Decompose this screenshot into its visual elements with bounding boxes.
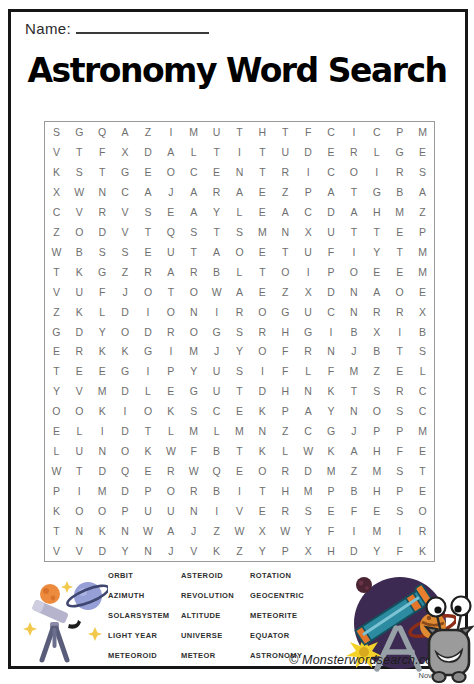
grid-cell[interactable]: J bbox=[342, 421, 365, 441]
grid-cell[interactable]: I bbox=[388, 521, 411, 541]
grid-cell[interactable]: G bbox=[137, 342, 160, 362]
grid-cell[interactable]: P bbox=[274, 541, 297, 561]
grid-cell[interactable]: C bbox=[205, 401, 228, 421]
grid-cell[interactable]: O bbox=[114, 322, 137, 342]
grid-cell[interactable]: P bbox=[388, 481, 411, 501]
grid-cell[interactable]: Z bbox=[365, 361, 388, 381]
grid-cell[interactable]: J bbox=[159, 541, 182, 561]
grid-cell[interactable]: F bbox=[91, 282, 114, 302]
grid-cell[interactable]: I bbox=[342, 521, 365, 541]
grid-cell[interactable]: D bbox=[91, 461, 114, 481]
grid-cell[interactable]: V bbox=[182, 541, 205, 561]
grid-cell[interactable]: G bbox=[182, 381, 205, 401]
grid-cell[interactable]: U bbox=[297, 302, 320, 322]
grid-cell[interactable]: E bbox=[388, 222, 411, 242]
grid-cell[interactable]: P bbox=[45, 481, 68, 501]
grid-cell[interactable]: O bbox=[411, 501, 434, 521]
grid-cell[interactable]: T bbox=[228, 441, 251, 461]
grid-cell[interactable]: R bbox=[137, 262, 160, 282]
grid-cell[interactable]: T bbox=[45, 521, 68, 541]
grid-cell[interactable]: M bbox=[182, 342, 205, 362]
grid-cell[interactable]: P bbox=[274, 401, 297, 421]
grid-cell[interactable]: S bbox=[388, 461, 411, 481]
grid-cell[interactable]: M bbox=[411, 122, 434, 142]
grid-cell[interactable]: B bbox=[342, 481, 365, 501]
grid-cell[interactable]: X bbox=[365, 322, 388, 342]
grid-cell[interactable]: K bbox=[411, 541, 434, 561]
grid-cell[interactable]: T bbox=[388, 242, 411, 262]
grid-cell[interactable]: T bbox=[159, 282, 182, 302]
grid-cell[interactable]: A bbox=[228, 282, 251, 302]
grid-cell[interactable]: R bbox=[182, 262, 205, 282]
grid-cell[interactable]: V bbox=[45, 142, 68, 162]
grid-cell[interactable]: Y bbox=[114, 541, 137, 561]
grid-cell[interactable]: D bbox=[114, 302, 137, 322]
grid-cell[interactable]: M bbox=[411, 421, 434, 441]
grid-cell[interactable]: T bbox=[251, 162, 274, 182]
grid-cell[interactable]: M bbox=[297, 481, 320, 501]
grid-cell[interactable]: F bbox=[388, 541, 411, 561]
grid-cell[interactable]: X bbox=[297, 222, 320, 242]
grid-cell[interactable]: L bbox=[137, 381, 160, 401]
grid-cell[interactable]: O bbox=[68, 222, 91, 242]
grid-cell[interactable]: M bbox=[91, 381, 114, 401]
grid-cell[interactable]: I bbox=[297, 162, 320, 182]
grid-cell[interactable]: L bbox=[45, 441, 68, 461]
grid-cell[interactable]: S bbox=[388, 501, 411, 521]
grid-cell[interactable]: Q bbox=[114, 461, 137, 481]
grid-cell[interactable]: A bbox=[365, 282, 388, 302]
grid-cell[interactable]: K bbox=[137, 441, 160, 461]
grid-cell[interactable]: N bbox=[297, 381, 320, 401]
grid-cell[interactable]: P bbox=[137, 481, 160, 501]
grid-cell[interactable]: G bbox=[45, 322, 68, 342]
grid-cell[interactable]: W bbox=[45, 461, 68, 481]
grid-cell[interactable]: D bbox=[320, 282, 343, 302]
grid-cell[interactable]: U bbox=[205, 361, 228, 381]
grid-cell[interactable]: F bbox=[182, 441, 205, 461]
grid-cell[interactable]: S bbox=[411, 162, 434, 182]
grid-cell[interactable]: G bbox=[205, 322, 228, 342]
grid-cell[interactable]: Y bbox=[365, 541, 388, 561]
grid-cell[interactable]: R bbox=[274, 162, 297, 182]
grid-cell[interactable]: G bbox=[68, 122, 91, 142]
grid-cell[interactable]: S bbox=[228, 222, 251, 242]
grid-cell[interactable]: I bbox=[365, 162, 388, 182]
grid-cell[interactable]: D bbox=[114, 381, 137, 401]
grid-cell[interactable]: G bbox=[274, 302, 297, 322]
grid-cell[interactable]: W bbox=[68, 182, 91, 202]
grid-cell[interactable]: E bbox=[137, 461, 160, 481]
grid-cell[interactable]: N bbox=[91, 441, 114, 461]
grid-cell[interactable]: F bbox=[297, 122, 320, 142]
grid-cell[interactable]: P bbox=[320, 262, 343, 282]
grid-cell[interactable]: Y bbox=[45, 381, 68, 401]
grid-cell[interactable]: W bbox=[297, 441, 320, 461]
grid-cell[interactable]: T bbox=[251, 142, 274, 162]
grid-cell[interactable]: Z bbox=[137, 122, 160, 142]
grid-cell[interactable]: R bbox=[274, 461, 297, 481]
grid-cell[interactable]: W bbox=[137, 521, 160, 541]
grid-cell[interactable]: F bbox=[320, 521, 343, 541]
grid-cell[interactable]: B bbox=[365, 342, 388, 362]
grid-cell[interactable]: T bbox=[365, 222, 388, 242]
grid-cell[interactable]: Z bbox=[274, 282, 297, 302]
grid-cell[interactable]: D bbox=[320, 202, 343, 222]
grid-cell[interactable]: R bbox=[159, 322, 182, 342]
grid-cell[interactable]: B bbox=[205, 262, 228, 282]
grid-cell[interactable]: I bbox=[159, 342, 182, 362]
grid-cell[interactable]: S bbox=[182, 222, 205, 242]
grid-cell[interactable]: N bbox=[228, 162, 251, 182]
grid-cell[interactable]: P bbox=[320, 481, 343, 501]
grid-cell[interactable]: I bbox=[159, 122, 182, 142]
grid-cell[interactable]: E bbox=[251, 202, 274, 222]
grid-cell[interactable]: A bbox=[159, 142, 182, 162]
grid-cell[interactable]: K bbox=[91, 342, 114, 362]
grid-cell[interactable]: U bbox=[137, 501, 160, 521]
grid-cell[interactable]: P bbox=[114, 501, 137, 521]
grid-cell[interactable]: C bbox=[411, 381, 434, 401]
grid-cell[interactable]: I bbox=[228, 142, 251, 162]
grid-cell[interactable]: S bbox=[45, 122, 68, 142]
grid-cell[interactable]: V bbox=[68, 202, 91, 222]
grid-cell[interactable]: K bbox=[45, 501, 68, 521]
grid-cell[interactable]: C bbox=[182, 162, 205, 182]
grid-cell[interactable]: N bbox=[342, 282, 365, 302]
grid-cell[interactable]: O bbox=[182, 322, 205, 342]
grid-cell[interactable]: X bbox=[45, 182, 68, 202]
grid-cell[interactable]: M bbox=[411, 262, 434, 282]
grid-cell[interactable]: L bbox=[159, 421, 182, 441]
grid-cell[interactable]: C bbox=[297, 202, 320, 222]
grid-cell[interactable]: T bbox=[388, 342, 411, 362]
grid-cell[interactable]: K bbox=[159, 401, 182, 421]
grid-cell[interactable]: O bbox=[114, 441, 137, 461]
grid-cell[interactable]: K bbox=[114, 342, 137, 362]
grid-cell[interactable]: U bbox=[159, 242, 182, 262]
grid-cell[interactable]: H bbox=[251, 122, 274, 142]
grid-cell[interactable]: B bbox=[205, 441, 228, 461]
grid-cell[interactable]: E bbox=[137, 162, 160, 182]
grid-cell[interactable]: X bbox=[297, 541, 320, 561]
grid-cell[interactable]: J bbox=[182, 521, 205, 541]
grid-cell[interactable]: Z bbox=[411, 202, 434, 222]
grid-cell[interactable]: K bbox=[251, 401, 274, 421]
grid-cell[interactable]: Y bbox=[182, 361, 205, 381]
grid-cell[interactable]: S bbox=[91, 242, 114, 262]
grid-cell[interactable]: E bbox=[137, 242, 160, 262]
grid-cell[interactable]: E bbox=[159, 381, 182, 401]
grid-cell[interactable]: D bbox=[137, 322, 160, 342]
grid-cell[interactable]: E bbox=[91, 361, 114, 381]
grid-cell[interactable]: T bbox=[45, 262, 68, 282]
grid-cell[interactable]: M bbox=[320, 461, 343, 481]
grid-cell[interactable]: E bbox=[228, 461, 251, 481]
grid-cell[interactable]: N bbox=[182, 501, 205, 521]
grid-cell[interactable]: E bbox=[411, 142, 434, 162]
grid-cell[interactable]: B bbox=[411, 322, 434, 342]
grid-cell[interactable]: R bbox=[411, 521, 434, 541]
grid-cell[interactable]: S bbox=[228, 322, 251, 342]
grid-cell[interactable]: W bbox=[182, 461, 205, 481]
grid-cell[interactable]: A bbox=[411, 182, 434, 202]
grid-cell[interactable]: Y bbox=[297, 521, 320, 541]
grid-cell[interactable]: N bbox=[137, 541, 160, 561]
grid-cell[interactable]: R bbox=[159, 461, 182, 481]
grid-cell[interactable]: G bbox=[320, 421, 343, 441]
grid-cell[interactable]: R bbox=[388, 381, 411, 401]
grid-cell[interactable]: D bbox=[114, 481, 137, 501]
grid-cell[interactable]: I bbox=[228, 481, 251, 501]
grid-cell[interactable]: X bbox=[297, 282, 320, 302]
grid-cell[interactable]: J bbox=[205, 342, 228, 362]
grid-cell[interactable]: A bbox=[342, 202, 365, 222]
grid-cell[interactable]: O bbox=[159, 481, 182, 501]
grid-cell[interactable]: T bbox=[251, 481, 274, 501]
grid-cell[interactable]: T bbox=[274, 122, 297, 142]
grid-cell[interactable]: O bbox=[159, 302, 182, 322]
grid-cell[interactable]: Y bbox=[320, 401, 343, 421]
grid-cell[interactable]: Z bbox=[205, 521, 228, 541]
grid-cell[interactable]: T bbox=[342, 381, 365, 401]
grid-cell[interactable]: C bbox=[365, 122, 388, 142]
grid-cell[interactable]: T bbox=[228, 122, 251, 142]
grid-cell[interactable]: I bbox=[388, 322, 411, 342]
grid-cell[interactable]: P bbox=[388, 122, 411, 142]
grid-cell[interactable]: W bbox=[45, 242, 68, 262]
grid-cell[interactable]: A bbox=[297, 401, 320, 421]
grid-cell[interactable]: T bbox=[342, 182, 365, 202]
grid-cell[interactable]: I bbox=[297, 262, 320, 282]
grid-cell[interactable]: C bbox=[320, 302, 343, 322]
grid-cell[interactable]: I bbox=[137, 302, 160, 322]
grid-cell[interactable]: M bbox=[251, 222, 274, 242]
grid-cell[interactable]: V bbox=[45, 541, 68, 561]
grid-cell[interactable]: W bbox=[228, 521, 251, 541]
grid-cell[interactable]: M bbox=[365, 521, 388, 541]
grid-cell[interactable]: O bbox=[274, 262, 297, 282]
grid-cell[interactable]: E bbox=[45, 421, 68, 441]
grid-cell[interactable]: H bbox=[365, 441, 388, 461]
grid-cell[interactable]: C bbox=[45, 202, 68, 222]
grid-cell[interactable]: J bbox=[159, 182, 182, 202]
grid-cell[interactable]: H bbox=[274, 381, 297, 401]
grid-cell[interactable]: C bbox=[411, 401, 434, 421]
grid-cell[interactable]: R bbox=[274, 501, 297, 521]
grid-cell[interactable]: T bbox=[228, 381, 251, 401]
grid-cell[interactable]: H bbox=[365, 481, 388, 501]
grid-cell[interactable]: G bbox=[114, 361, 137, 381]
grid-cell[interactable]: K bbox=[68, 302, 91, 322]
grid-cell[interactable]: M bbox=[91, 481, 114, 501]
grid-cell[interactable]: O bbox=[45, 401, 68, 421]
grid-cell[interactable]: T bbox=[205, 142, 228, 162]
grid-cell[interactable]: O bbox=[68, 401, 91, 421]
grid-cell[interactable]: L bbox=[91, 302, 114, 322]
grid-cell[interactable]: E bbox=[251, 242, 274, 262]
grid-cell[interactable]: N bbox=[68, 521, 91, 541]
grid-cell[interactable]: S bbox=[411, 342, 434, 362]
grid-cell[interactable]: H bbox=[320, 541, 343, 561]
grid-cell[interactable]: Z bbox=[274, 182, 297, 202]
grid-cell[interactable]: Y bbox=[91, 322, 114, 342]
grid-cell[interactable]: G bbox=[297, 322, 320, 342]
grid-cell[interactable]: K bbox=[320, 381, 343, 401]
grid-cell[interactable]: D bbox=[91, 222, 114, 242]
grid-cell[interactable]: H bbox=[274, 481, 297, 501]
grid-cell[interactable]: Z bbox=[342, 461, 365, 481]
grid-cell[interactable]: A bbox=[159, 262, 182, 282]
grid-cell[interactable]: R bbox=[251, 322, 274, 342]
grid-cell[interactable]: O bbox=[182, 282, 205, 302]
grid-cell[interactable]: E bbox=[365, 262, 388, 282]
grid-cell[interactable]: U bbox=[297, 242, 320, 262]
grid-cell[interactable]: Q bbox=[91, 122, 114, 142]
grid-cell[interactable]: K bbox=[91, 401, 114, 421]
grid-cell[interactable]: A bbox=[228, 182, 251, 202]
grid-cell[interactable]: T bbox=[91, 162, 114, 182]
grid-cell[interactable]: P bbox=[297, 182, 320, 202]
grid-cell[interactable]: R bbox=[365, 302, 388, 322]
grid-cell[interactable]: Y bbox=[205, 202, 228, 222]
grid-cell[interactable]: N bbox=[251, 421, 274, 441]
grid-cell[interactable]: Y bbox=[365, 242, 388, 262]
grid-cell[interactable]: S bbox=[114, 242, 137, 262]
grid-cell[interactable]: R bbox=[182, 481, 205, 501]
grid-cell[interactable]: O bbox=[159, 162, 182, 182]
grid-cell[interactable]: I bbox=[320, 322, 343, 342]
grid-cell[interactable]: A bbox=[182, 202, 205, 222]
grid-cell[interactable]: U bbox=[68, 441, 91, 461]
grid-cell[interactable]: T bbox=[342, 222, 365, 242]
grid-cell[interactable]: P bbox=[388, 421, 411, 441]
grid-cell[interactable]: E bbox=[251, 282, 274, 302]
grid-cell[interactable]: T bbox=[137, 421, 160, 441]
grid-cell[interactable]: E bbox=[411, 441, 434, 461]
grid-cell[interactable]: Z bbox=[114, 262, 137, 282]
grid-cell[interactable]: G bbox=[114, 162, 137, 182]
grid-cell[interactable]: O bbox=[251, 302, 274, 322]
grid-cell[interactable]: W bbox=[159, 441, 182, 461]
grid-cell[interactable]: A bbox=[274, 202, 297, 222]
grid-cell[interactable]: O bbox=[137, 401, 160, 421]
grid-cell[interactable]: G bbox=[365, 182, 388, 202]
grid-cell[interactable]: V bbox=[68, 541, 91, 561]
grid-cell[interactable]: E bbox=[205, 162, 228, 182]
grid-cell[interactable]: Y bbox=[251, 541, 274, 561]
grid-cell[interactable]: C bbox=[114, 182, 137, 202]
grid-cell[interactable]: S bbox=[388, 401, 411, 421]
grid-cell[interactable]: I bbox=[68, 481, 91, 501]
grid-cell[interactable]: E bbox=[251, 501, 274, 521]
grid-cell[interactable]: X bbox=[114, 142, 137, 162]
grid-cell[interactable]: T bbox=[274, 242, 297, 262]
grid-cell[interactable]: Q bbox=[205, 461, 228, 481]
grid-cell[interactable]: A bbox=[137, 182, 160, 202]
grid-cell[interactable]: U bbox=[159, 501, 182, 521]
grid-cell[interactable]: L bbox=[182, 142, 205, 162]
grid-cell[interactable]: U bbox=[320, 222, 343, 242]
grid-cell[interactable]: O bbox=[251, 461, 274, 481]
grid-cell[interactable]: F bbox=[320, 242, 343, 262]
grid-cell[interactable]: L bbox=[68, 421, 91, 441]
grid-cell[interactable]: A bbox=[342, 441, 365, 461]
grid-cell[interactable]: I bbox=[342, 122, 365, 142]
grid-cell[interactable]: R bbox=[388, 162, 411, 182]
grid-cell[interactable]: M bbox=[388, 202, 411, 222]
grid-cell[interactable]: U bbox=[68, 282, 91, 302]
grid-cell[interactable]: A bbox=[205, 242, 228, 262]
grid-cell[interactable]: W bbox=[274, 521, 297, 541]
grid-cell[interactable]: B bbox=[68, 242, 91, 262]
grid-cell[interactable]: D bbox=[137, 142, 160, 162]
grid-cell[interactable]: A bbox=[182, 182, 205, 202]
grid-cell[interactable]: B bbox=[342, 322, 365, 342]
grid-cell[interactable]: Q bbox=[159, 222, 182, 242]
grid-cell[interactable]: D bbox=[297, 461, 320, 481]
grid-cell[interactable]: E bbox=[68, 361, 91, 381]
grid-cell[interactable]: M bbox=[228, 421, 251, 441]
grid-cell[interactable]: B bbox=[205, 481, 228, 501]
grid-cell[interactable]: L bbox=[411, 361, 434, 381]
grid-cell[interactable]: K bbox=[320, 441, 343, 461]
grid-cell[interactable]: I bbox=[205, 501, 228, 521]
grid-cell[interactable]: T bbox=[68, 461, 91, 481]
grid-cell[interactable]: M bbox=[365, 461, 388, 481]
grid-cell[interactable]: V bbox=[228, 501, 251, 521]
grid-cell[interactable]: T bbox=[251, 262, 274, 282]
grid-cell[interactable]: C bbox=[320, 162, 343, 182]
grid-cell[interactable]: U bbox=[205, 381, 228, 401]
grid-cell[interactable]: R bbox=[91, 202, 114, 222]
grid-cell[interactable]: I bbox=[114, 401, 137, 421]
grid-cell[interactable]: F bbox=[342, 501, 365, 521]
grid-cell[interactable]: C bbox=[297, 421, 320, 441]
grid-cell[interactable]: P bbox=[365, 421, 388, 441]
grid-cell[interactable]: H bbox=[274, 322, 297, 342]
grid-cell[interactable]: S bbox=[68, 162, 91, 182]
grid-cell[interactable]: E bbox=[388, 262, 411, 282]
grid-cell[interactable]: N bbox=[342, 401, 365, 421]
grid-cell[interactable]: F bbox=[91, 142, 114, 162]
grid-cell[interactable]: T bbox=[68, 142, 91, 162]
grid-cell[interactable]: N bbox=[182, 302, 205, 322]
grid-cell[interactable]: K bbox=[45, 162, 68, 182]
grid-cell[interactable]: T bbox=[411, 461, 434, 481]
grid-cell[interactable]: I bbox=[342, 242, 365, 262]
grid-cell[interactable]: T bbox=[137, 222, 160, 242]
grid-cell[interactable]: E bbox=[45, 342, 68, 362]
grid-cell[interactable]: F bbox=[320, 361, 343, 381]
grid-cell[interactable]: N bbox=[114, 521, 137, 541]
grid-cell[interactable]: A bbox=[320, 182, 343, 202]
grid-cell[interactable]: D bbox=[114, 421, 137, 441]
grid-cell[interactable]: E bbox=[411, 481, 434, 501]
grid-cell[interactable]: O bbox=[137, 282, 160, 302]
grid-cell[interactable]: Z bbox=[45, 302, 68, 322]
grid-cell[interactable]: U bbox=[205, 122, 228, 142]
grid-cell[interactable]: S bbox=[365, 381, 388, 401]
grid-cell[interactable]: V bbox=[45, 282, 68, 302]
grid-cell[interactable]: I bbox=[137, 361, 160, 381]
grid-cell[interactable]: D bbox=[91, 541, 114, 561]
grid-cell[interactable]: N bbox=[274, 222, 297, 242]
grid-cell[interactable]: Y bbox=[228, 342, 251, 362]
grid-cell[interactable]: W bbox=[205, 282, 228, 302]
grid-cell[interactable]: R bbox=[388, 302, 411, 322]
grid-cell[interactable]: V bbox=[114, 202, 137, 222]
